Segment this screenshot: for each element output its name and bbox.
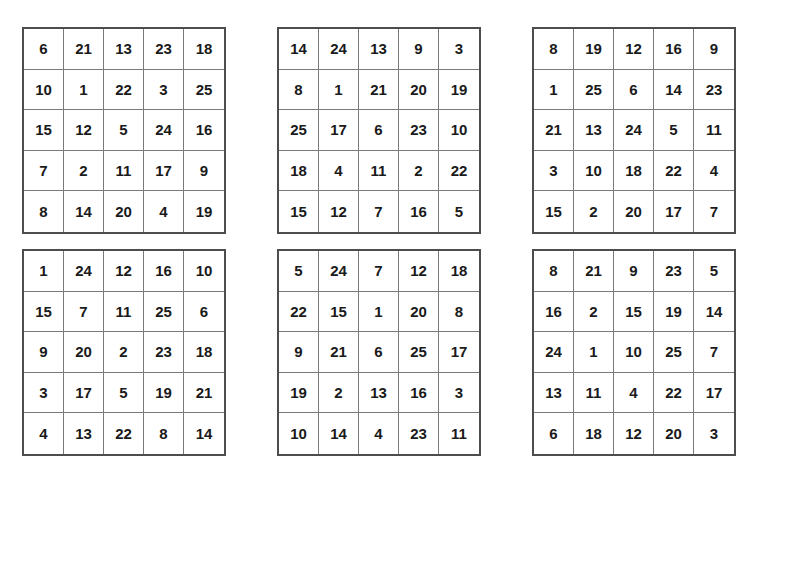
grid-cell: 20	[399, 70, 439, 111]
grid-cell: 19	[574, 29, 614, 70]
grid-cell: 18	[184, 332, 224, 373]
grid-cell: 24	[534, 332, 574, 373]
grid-cell: 6	[359, 332, 399, 373]
grid-cell: 4	[144, 191, 184, 232]
grid-cell: 21	[184, 373, 224, 414]
grid-cell: 24	[144, 110, 184, 151]
grid-cell: 25	[399, 332, 439, 373]
grid-cell: 10	[279, 413, 319, 454]
grid-cell: 1	[359, 292, 399, 333]
grid-cell: 22	[654, 151, 694, 192]
grid-cell: 9	[279, 332, 319, 373]
grid-cell: 13	[534, 373, 574, 414]
grid-cell: 22	[654, 373, 694, 414]
bingo-card-4: 1241216101571125692022318317519214132281…	[22, 249, 226, 456]
grid-cell: 10	[439, 110, 479, 151]
grid-cell: 8	[279, 70, 319, 111]
grid-cell: 3	[144, 70, 184, 111]
grid-cell: 22	[104, 70, 144, 111]
grid-cell: 6	[24, 29, 64, 70]
grid-cell: 16	[184, 110, 224, 151]
grid-cell: 7	[64, 292, 104, 333]
grid-cell: 14	[694, 292, 734, 333]
bingo-card-5: 5247121822151208921625171921316310144231…	[277, 249, 481, 456]
grid-cell: 6	[614, 70, 654, 111]
grid-cell: 4	[24, 413, 64, 454]
grid-cell: 14	[184, 413, 224, 454]
grid-cell: 22	[439, 151, 479, 192]
grid-cell: 13	[104, 29, 144, 70]
grid-cell: 11	[574, 373, 614, 414]
grid-cell: 12	[399, 251, 439, 292]
grid-cell: 14	[654, 70, 694, 111]
grid-cell: 1	[574, 332, 614, 373]
grid-cell: 20	[614, 191, 654, 232]
grid-cell: 9	[399, 29, 439, 70]
grid-cell: 12	[614, 29, 654, 70]
grid-cell: 2	[574, 292, 614, 333]
grid-cell: 18	[574, 413, 614, 454]
grid-cell: 14	[64, 191, 104, 232]
grid-cell: 11	[359, 151, 399, 192]
grid-cell: 25	[184, 70, 224, 111]
grid-cell: 2	[104, 332, 144, 373]
grid-cell: 6	[184, 292, 224, 333]
grid-cell: 16	[534, 292, 574, 333]
grid-cell: 11	[439, 413, 479, 454]
grid-cell: 19	[654, 292, 694, 333]
grid-cell: 16	[654, 29, 694, 70]
grid-cell: 18	[614, 151, 654, 192]
grid-cell: 17	[654, 191, 694, 232]
grid-cell: 11	[104, 292, 144, 333]
grid-cell: 19	[439, 70, 479, 111]
grid-cell: 23	[144, 332, 184, 373]
grid-cell: 17	[694, 373, 734, 414]
grid-cell: 23	[399, 110, 439, 151]
grid-cell: 24	[64, 251, 104, 292]
grid-cell: 9	[694, 29, 734, 70]
grid-cell: 15	[319, 292, 359, 333]
grid-cell: 3	[439, 373, 479, 414]
grid-cell: 13	[359, 29, 399, 70]
grid-cell: 25	[279, 110, 319, 151]
grid-cell: 24	[319, 29, 359, 70]
grid-cell: 11	[104, 151, 144, 192]
grid-cell: 8	[24, 191, 64, 232]
grid-cell: 3	[694, 413, 734, 454]
grid-cell: 25	[144, 292, 184, 333]
grid-cell: 7	[24, 151, 64, 192]
grid-cell: 12	[614, 413, 654, 454]
grid-cell: 1	[64, 70, 104, 111]
grid-cell: 21	[319, 332, 359, 373]
grid-cell: 10	[24, 70, 64, 111]
grid-cell: 17	[439, 332, 479, 373]
grid-cell: 8	[144, 413, 184, 454]
bingo-card-1: 6211323181012232515125241672111798142041…	[22, 27, 226, 234]
grid-cell: 16	[144, 251, 184, 292]
grid-cell: 8	[534, 251, 574, 292]
grid-cell: 8	[534, 29, 574, 70]
grid-cell: 2	[574, 191, 614, 232]
grid-cell: 17	[64, 373, 104, 414]
grid-cell: 17	[144, 151, 184, 192]
grid-cell: 21	[574, 251, 614, 292]
grid-cell: 5	[104, 110, 144, 151]
grid-cell: 15	[279, 191, 319, 232]
grid-cell: 16	[399, 373, 439, 414]
grid-cell: 1	[24, 251, 64, 292]
grid-cell: 9	[614, 251, 654, 292]
grid-cell: 23	[144, 29, 184, 70]
grid-cell: 15	[614, 292, 654, 333]
grid-cell: 5	[694, 251, 734, 292]
grid-cell: 19	[144, 373, 184, 414]
grid-cell: 17	[319, 110, 359, 151]
bingo-card-3: 8191216912561423211324511310182241522017…	[532, 27, 736, 234]
grid-cell: 23	[399, 413, 439, 454]
grid-cell: 18	[184, 29, 224, 70]
grid-cell: 12	[104, 251, 144, 292]
grid-cell: 13	[64, 413, 104, 454]
bingo-worksheet-page: 6211323181012232515125241672111798142041…	[0, 0, 800, 566]
grid-cell: 23	[694, 70, 734, 111]
grid-cell: 6	[359, 110, 399, 151]
grid-cell: 5	[654, 110, 694, 151]
grid-cell: 20	[399, 292, 439, 333]
grid-cell: 18	[439, 251, 479, 292]
grid-cell: 20	[64, 332, 104, 373]
grid-cell: 4	[359, 413, 399, 454]
grid-cell: 9	[24, 332, 64, 373]
grid-cell: 10	[574, 151, 614, 192]
grid-cell: 25	[654, 332, 694, 373]
grid-cell: 19	[184, 191, 224, 232]
grid-cell: 20	[104, 191, 144, 232]
grid-cell: 5	[279, 251, 319, 292]
grid-cell: 14	[279, 29, 319, 70]
grid-cell: 25	[574, 70, 614, 111]
grid-cell: 4	[319, 151, 359, 192]
grid-cell: 22	[279, 292, 319, 333]
grid-cell: 12	[319, 191, 359, 232]
grid-cell: 19	[279, 373, 319, 414]
grid-cell: 7	[694, 191, 734, 232]
grid-cell: 2	[64, 151, 104, 192]
grid-cell: 7	[359, 191, 399, 232]
grid-cell: 10	[614, 332, 654, 373]
grid-cell: 3	[439, 29, 479, 70]
grid-cell: 20	[654, 413, 694, 454]
grid-cell: 15	[24, 110, 64, 151]
grid-cell: 8	[439, 292, 479, 333]
bingo-card-6: 8219235162151914241102571311422176181220…	[532, 249, 736, 456]
grid-cell: 6	[534, 413, 574, 454]
grid-cell: 7	[359, 251, 399, 292]
grid-cell: 5	[439, 191, 479, 232]
grid-cell: 21	[64, 29, 104, 70]
grid-cell: 18	[279, 151, 319, 192]
grid-cell: 1	[319, 70, 359, 111]
grid-cell: 24	[614, 110, 654, 151]
grid-cell: 14	[319, 413, 359, 454]
grid-cell: 1	[534, 70, 574, 111]
grid-cell: 2	[399, 151, 439, 192]
grid-cell: 23	[654, 251, 694, 292]
grid-cell: 16	[399, 191, 439, 232]
grid-cell: 15	[24, 292, 64, 333]
grid-cell: 5	[104, 373, 144, 414]
grid-cell: 4	[694, 151, 734, 192]
grid-cell: 11	[694, 110, 734, 151]
grid-cell: 22	[104, 413, 144, 454]
grid-cell: 10	[184, 251, 224, 292]
grid-cell: 2	[319, 373, 359, 414]
bingo-card-2: 1424139381212019251762310184112221512716…	[277, 27, 481, 234]
grid-cell: 13	[359, 373, 399, 414]
grid-cell: 3	[24, 373, 64, 414]
grid-cell: 9	[184, 151, 224, 192]
grid-cell: 7	[694, 332, 734, 373]
grid-cell: 4	[614, 373, 654, 414]
grid-cell: 13	[574, 110, 614, 151]
grid-cell: 21	[534, 110, 574, 151]
grid-cell: 21	[359, 70, 399, 111]
grid-cell: 3	[534, 151, 574, 192]
grid-cell: 24	[319, 251, 359, 292]
grid-cell: 12	[64, 110, 104, 151]
grid-cell: 15	[534, 191, 574, 232]
